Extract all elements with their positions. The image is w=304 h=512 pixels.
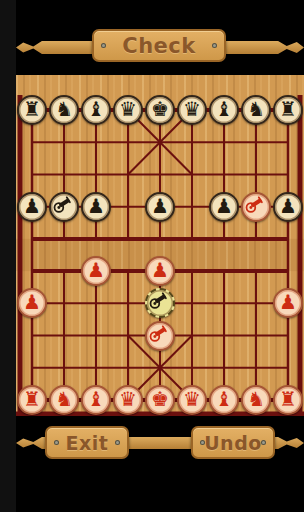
elephant-icon: ♝: [215, 99, 233, 119]
piece-black-chariot[interactable]: ♜: [17, 95, 47, 125]
advisor-icon: ♛: [183, 99, 201, 119]
piece-black-chariot[interactable]: ♜: [273, 95, 303, 125]
piece-red-soldier[interactable]: ♟: [81, 256, 111, 286]
piece-black-horse[interactable]: ♞: [241, 95, 271, 125]
game-screen: Check ♜♞♝♛♚♛♝♞♜♟♟♟♟♟♟♟♟♟♜♞♝♛♚♛♝♞♜ Exit U…: [16, 0, 304, 512]
piece-red-horse[interactable]: ♞: [241, 385, 271, 415]
chariot-icon: ♜: [279, 99, 297, 119]
cannon-icon: [147, 290, 168, 311]
piece-black-cannon[interactable]: [49, 192, 79, 222]
piece-black-soldier[interactable]: ♟: [273, 192, 303, 222]
board-grid-lines: [16, 75, 304, 416]
general-icon: ♚: [151, 99, 169, 119]
piece-black-advisor[interactable]: ♛: [177, 95, 207, 125]
elephant-icon: ♝: [215, 389, 233, 409]
xiangqi-board[interactable]: ♜♞♝♛♚♛♝♞♜♟♟♟♟♟♟♟♟♟♜♞♝♛♚♛♝♞♜: [16, 75, 304, 416]
piece-black-advisor[interactable]: ♛: [113, 95, 143, 125]
check-banner: Check: [92, 29, 226, 62]
cannon-icon: [147, 323, 168, 344]
piece-red-cannon[interactable]: [145, 321, 175, 351]
undo-button-label: Undo: [204, 432, 262, 454]
undo-button[interactable]: Undo: [191, 426, 275, 459]
cannon-icon: [243, 194, 264, 215]
piece-black-general[interactable]: ♚: [145, 95, 175, 125]
piece-red-advisor[interactable]: ♛: [177, 385, 207, 415]
piece-red-chariot[interactable]: ♜: [273, 385, 303, 415]
advisor-icon: ♛: [119, 389, 137, 409]
nail-icon: [115, 440, 120, 445]
soldier-icon: ♟: [87, 260, 105, 280]
piece-black-soldier[interactable]: ♟: [209, 192, 239, 222]
soldier-icon: ♟: [23, 292, 41, 312]
cannon-icon: [51, 194, 72, 215]
chariot-icon: ♜: [279, 389, 297, 409]
piece-red-general[interactable]: ♚: [145, 385, 175, 415]
piece-red-elephant[interactable]: ♝: [209, 385, 239, 415]
piece-black-soldier[interactable]: ♟: [81, 192, 111, 222]
advisor-icon: ♛: [183, 389, 201, 409]
piece-red-soldier[interactable]: ♟: [145, 256, 175, 286]
soldier-icon: ♟: [151, 196, 169, 216]
horse-icon: ♞: [247, 99, 265, 119]
exit-button-label: Exit: [66, 432, 109, 454]
nail-icon: [200, 440, 205, 445]
piece-red-elephant[interactable]: ♝: [81, 385, 111, 415]
piece-black-soldier[interactable]: ♟: [145, 192, 175, 222]
horse-icon: ♞: [247, 389, 265, 409]
piece-red-cannon[interactable]: [241, 192, 271, 222]
nail-icon: [101, 43, 106, 48]
horse-icon: ♞: [55, 99, 73, 119]
soldier-icon: ♟: [23, 196, 41, 216]
nail-icon: [261, 440, 266, 445]
piece-red-horse[interactable]: ♞: [49, 385, 79, 415]
general-icon: ♚: [151, 389, 169, 409]
horse-icon: ♞: [55, 389, 73, 409]
piece-black-elephant[interactable]: ♝: [209, 95, 239, 125]
soldier-icon: ♟: [279, 196, 297, 216]
soldier-icon: ♟: [279, 292, 297, 312]
soldier-icon: ♟: [215, 196, 233, 216]
check-banner-label: Check: [122, 34, 196, 58]
advisor-icon: ♛: [119, 99, 137, 119]
piece-black-soldier[interactable]: ♟: [17, 192, 47, 222]
exit-button[interactable]: Exit: [45, 426, 129, 459]
nail-icon: [54, 440, 59, 445]
elephant-icon: ♝: [87, 389, 105, 409]
chariot-icon: ♜: [23, 389, 41, 409]
chariot-icon: ♜: [23, 99, 41, 119]
nail-icon: [212, 43, 217, 48]
elephant-icon: ♝: [87, 99, 105, 119]
piece-red-chariot[interactable]: ♜: [17, 385, 47, 415]
piece-black-elephant[interactable]: ♝: [81, 95, 111, 125]
piece-red-advisor[interactable]: ♛: [113, 385, 143, 415]
soldier-icon: ♟: [87, 196, 105, 216]
soldier-icon: ♟: [151, 260, 169, 280]
piece-black-horse[interactable]: ♞: [49, 95, 79, 125]
